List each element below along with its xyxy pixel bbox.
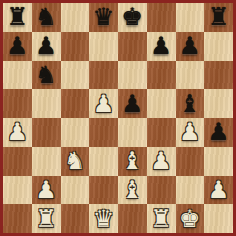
square-g7[interactable]: ♟: [176, 32, 205, 61]
board-frame: ♜♞♛♚♜♟♟♟♟♞♟♟♝♟♟♟♞♝♟♟♝♟♜♛♜♚: [0, 0, 236, 236]
square-e1[interactable]: [118, 204, 147, 233]
square-g6[interactable]: [176, 61, 205, 90]
square-h5[interactable]: [204, 89, 233, 118]
square-d2[interactable]: [89, 176, 118, 205]
square-c5[interactable]: [61, 89, 90, 118]
square-b8[interactable]: ♞: [32, 3, 61, 32]
piece-white-pawn[interactable]: ♟: [208, 178, 230, 202]
square-e8[interactable]: ♚: [118, 3, 147, 32]
square-a3[interactable]: [3, 147, 32, 176]
square-h7[interactable]: [204, 32, 233, 61]
square-c8[interactable]: [61, 3, 90, 32]
piece-black-pawn[interactable]: ♟: [179, 34, 201, 58]
square-f5[interactable]: [147, 89, 176, 118]
square-b1[interactable]: ♜: [32, 204, 61, 233]
square-h1[interactable]: [204, 204, 233, 233]
piece-black-knight[interactable]: ♞: [35, 63, 57, 87]
piece-black-rook[interactable]: ♜: [7, 5, 29, 29]
piece-white-rook[interactable]: ♜: [35, 207, 57, 231]
square-h4[interactable]: ♟: [204, 118, 233, 147]
piece-white-king[interactable]: ♚: [179, 207, 201, 231]
piece-white-knight[interactable]: ♞: [64, 149, 86, 173]
square-c6[interactable]: [61, 61, 90, 90]
square-f3[interactable]: ♟: [147, 147, 176, 176]
square-c3[interactable]: ♞: [61, 147, 90, 176]
chess-board: ♜♞♛♚♜♟♟♟♟♞♟♟♝♟♟♟♞♝♟♟♝♟♜♛♜♚: [3, 3, 233, 233]
piece-black-knight[interactable]: ♞: [35, 5, 57, 29]
piece-white-pawn[interactable]: ♟: [35, 178, 57, 202]
square-d3[interactable]: [89, 147, 118, 176]
piece-black-rook[interactable]: ♜: [208, 5, 230, 29]
square-f7[interactable]: ♟: [147, 32, 176, 61]
square-c4[interactable]: [61, 118, 90, 147]
square-b5[interactable]: [32, 89, 61, 118]
square-e5[interactable]: ♟: [118, 89, 147, 118]
piece-black-bishop[interactable]: ♝: [179, 92, 201, 116]
square-h3[interactable]: [204, 147, 233, 176]
square-b6[interactable]: ♞: [32, 61, 61, 90]
square-g4[interactable]: ♟: [176, 118, 205, 147]
square-e2[interactable]: ♝: [118, 176, 147, 205]
square-g2[interactable]: [176, 176, 205, 205]
square-c1[interactable]: [61, 204, 90, 233]
square-h2[interactable]: ♟: [204, 176, 233, 205]
piece-white-pawn[interactable]: ♟: [179, 120, 201, 144]
square-a5[interactable]: [3, 89, 32, 118]
square-f8[interactable]: [147, 3, 176, 32]
square-a2[interactable]: [3, 176, 32, 205]
piece-black-pawn[interactable]: ♟: [122, 92, 144, 116]
piece-white-bishop[interactable]: ♝: [122, 178, 144, 202]
square-e4[interactable]: [118, 118, 147, 147]
square-d5[interactable]: ♟: [89, 89, 118, 118]
square-d7[interactable]: [89, 32, 118, 61]
square-g1[interactable]: ♚: [176, 204, 205, 233]
square-a8[interactable]: ♜: [3, 3, 32, 32]
square-d6[interactable]: [89, 61, 118, 90]
square-b3[interactable]: [32, 147, 61, 176]
piece-black-king[interactable]: ♚: [122, 5, 144, 29]
square-g8[interactable]: [176, 3, 205, 32]
square-e7[interactable]: [118, 32, 147, 61]
square-e6[interactable]: [118, 61, 147, 90]
square-g5[interactable]: ♝: [176, 89, 205, 118]
square-b2[interactable]: ♟: [32, 176, 61, 205]
piece-white-bishop[interactable]: ♝: [122, 149, 144, 173]
square-c7[interactable]: [61, 32, 90, 61]
square-a7[interactable]: ♟: [3, 32, 32, 61]
piece-black-pawn[interactable]: ♟: [7, 34, 29, 58]
square-b4[interactable]: [32, 118, 61, 147]
square-h6[interactable]: [204, 61, 233, 90]
square-h8[interactable]: ♜: [204, 3, 233, 32]
square-f2[interactable]: [147, 176, 176, 205]
square-a4[interactable]: ♟: [3, 118, 32, 147]
square-a6[interactable]: [3, 61, 32, 90]
piece-white-pawn[interactable]: ♟: [93, 92, 115, 116]
square-c2[interactable]: [61, 176, 90, 205]
square-a1[interactable]: [3, 204, 32, 233]
piece-white-rook[interactable]: ♜: [150, 207, 172, 231]
piece-black-queen[interactable]: ♛: [93, 5, 115, 29]
square-d1[interactable]: ♛: [89, 204, 118, 233]
piece-white-queen[interactable]: ♛: [93, 207, 115, 231]
piece-white-pawn[interactable]: ♟: [150, 149, 172, 173]
piece-black-pawn[interactable]: ♟: [35, 34, 57, 58]
square-f1[interactable]: ♜: [147, 204, 176, 233]
square-f6[interactable]: [147, 61, 176, 90]
square-d8[interactable]: ♛: [89, 3, 118, 32]
square-b7[interactable]: ♟: [32, 32, 61, 61]
square-g3[interactable]: [176, 147, 205, 176]
piece-black-pawn[interactable]: ♟: [150, 34, 172, 58]
square-f4[interactable]: [147, 118, 176, 147]
square-d4[interactable]: [89, 118, 118, 147]
square-e3[interactable]: ♝: [118, 147, 147, 176]
piece-white-pawn[interactable]: ♟: [7, 120, 29, 144]
piece-black-pawn[interactable]: ♟: [208, 120, 230, 144]
